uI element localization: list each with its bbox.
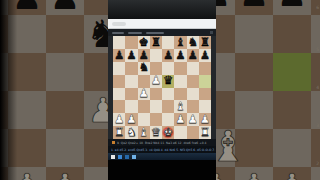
- taskbar-app-icon[interactable]: [125, 155, 129, 159]
- square-f6[interactable]: [174, 62, 186, 75]
- toolbar-tab[interactable]: [112, 32, 124, 34]
- analysis-bar-2[interactable]: 1. e4 d5 2. exd5 Qxd5 3. c4 Qd8 4. d4 Nc…: [108, 146, 216, 153]
- white-pawn[interactable]: ♟: [187, 114, 197, 126]
- black-pawn[interactable]: ♟: [163, 50, 173, 62]
- analysis-line-1: 9. Qe2 Qxe2+ 10. Bxe2 Nb4 11. Na3 e6 12.…: [117, 141, 206, 145]
- black-pawn[interactable]: ♟: [175, 50, 185, 62]
- bg-rank-label: 2: [312, 160, 320, 165]
- bg-square: [311, 167, 320, 180]
- square-f8[interactable]: ♝: [174, 36, 186, 49]
- black-pawn[interactable]: ♟: [187, 50, 197, 62]
- black-rook[interactable]: ♜: [200, 37, 210, 49]
- bg-square: [273, 15, 311, 53]
- square-d8[interactable]: ♜: [150, 36, 162, 49]
- square-e5[interactable]: ♛: [162, 75, 174, 88]
- window-controls-icon[interactable]: [210, 31, 213, 34]
- square-g6[interactable]: [187, 62, 199, 75]
- bg-white-pawn: ♟: [86, 93, 108, 127]
- white-knight[interactable]: ♞: [126, 127, 136, 139]
- square-f1[interactable]: [174, 126, 186, 139]
- white-pawn[interactable]: ♟: [175, 114, 185, 126]
- square-g2[interactable]: ♟: [187, 113, 199, 126]
- white-pawn[interactable]: ♟: [200, 114, 210, 126]
- black-rook[interactable]: ♜: [151, 37, 161, 49]
- bg-black-pawn: ♟: [48, 0, 82, 14]
- black-bishop[interactable]: ♝: [175, 37, 185, 49]
- bg-square: [84, 53, 108, 91]
- black-knight[interactable]: ♞: [138, 62, 148, 74]
- video-frame: ♟♟♞♟♟♟ ♟♟♟♝♟♟♟65432 ♚♜♝♞♜♟♟♟♟♟♟♟♞♟♛♟♝♟♟♟…: [0, 0, 320, 180]
- square-h5[interactable]: [199, 75, 211, 88]
- bg-rank-label: 4: [312, 84, 320, 89]
- black-knight[interactable]: ♞: [187, 37, 197, 49]
- board-area: ♚♜♝♞♜♟♟♟♟♟♟♟♞♟♛♟♝♟♟♟♟♟♜♞♝♛♚♜: [108, 36, 216, 139]
- black-pawn[interactable]: ♟: [138, 50, 148, 62]
- bg-square: [84, 129, 108, 167]
- white-bishop[interactable]: ♝: [175, 101, 185, 113]
- background-board-left: ♟♟♞♟♟♟: [0, 0, 108, 180]
- bg-white-pawn: ♟: [48, 169, 82, 180]
- bg-square: [273, 91, 311, 129]
- square-b7[interactable]: ♟: [125, 49, 137, 62]
- square-d7[interactable]: [150, 49, 162, 62]
- bg-square: [8, 15, 46, 53]
- bg-square: [84, 167, 108, 180]
- bg-square: [0, 0, 8, 15]
- bg-square: [0, 167, 8, 180]
- white-pawn[interactable]: ♟: [126, 114, 136, 126]
- bg-rank-label: 3: [312, 122, 320, 127]
- square-e4[interactable]: [162, 88, 174, 101]
- black-pawn[interactable]: ♟: [114, 50, 124, 62]
- square-b4[interactable]: [125, 88, 137, 101]
- square-e1[interactable]: ♚: [162, 126, 174, 139]
- square-a4[interactable]: [113, 88, 125, 101]
- square-c8[interactable]: ♚: [138, 36, 150, 49]
- square-d4[interactable]: [150, 88, 162, 101]
- black-pawn[interactable]: ♟: [200, 50, 210, 62]
- bg-square: [0, 53, 8, 91]
- square-h1[interactable]: ♜: [199, 126, 211, 139]
- bg-square: [273, 129, 311, 167]
- bg-white-pawn: ♟: [10, 169, 44, 180]
- white-rook[interactable]: ♜: [114, 127, 124, 139]
- bg-black-pawn: ♟: [275, 0, 309, 11]
- square-a1[interactable]: ♜: [113, 126, 125, 139]
- bg-black-knight: ♞: [84, 15, 108, 53]
- square-c1[interactable]: ♝: [138, 126, 150, 139]
- bg-square: [235, 53, 273, 91]
- bg-square: [0, 15, 8, 53]
- white-queen[interactable]: ♛: [151, 127, 161, 139]
- square-d3[interactable]: [150, 100, 162, 113]
- bg-white-pawn: ♟: [275, 169, 309, 180]
- white-pawn[interactable]: ♟: [138, 88, 148, 100]
- square-h4[interactable]: [199, 88, 211, 101]
- square-e7[interactable]: ♟: [162, 49, 174, 62]
- bg-black-pawn: ♟: [10, 0, 44, 14]
- bg-square: [46, 129, 84, 167]
- black-pawn[interactable]: ♟: [126, 50, 136, 62]
- analysis-bar-1[interactable]: 9. Qe2 Qxe2+ 10. Bxe2 Nb4 11. Na3 e6 12.…: [108, 139, 216, 146]
- bg-square: [8, 53, 46, 91]
- taskbar-app-icon[interactable]: [132, 155, 136, 159]
- bg-white-pawn: ♟: [216, 169, 233, 180]
- taskbar-app-icon[interactable]: [118, 155, 122, 159]
- strip-top-dark-area: [108, 0, 216, 19]
- bg-square: [46, 91, 84, 129]
- square-f7[interactable]: ♟: [174, 49, 186, 62]
- bg-square: [8, 129, 46, 167]
- square-g4[interactable]: [187, 88, 199, 101]
- bg-black-pawn: ♟: [216, 0, 233, 11]
- square-a8[interactable]: [113, 36, 125, 49]
- bg-rank-label: 5: [312, 46, 320, 51]
- bg-white-bishop: ♝: [216, 126, 249, 168]
- square-b6[interactable]: [125, 62, 137, 75]
- bg-square: [216, 53, 235, 91]
- engine-status-icon: [112, 141, 115, 144]
- white-pawn[interactable]: ♟: [114, 114, 124, 126]
- square-c3[interactable]: [138, 100, 150, 113]
- square-g7[interactable]: ♟: [187, 49, 199, 62]
- square-h8[interactable]: ♜: [199, 36, 211, 49]
- toolbar-tab[interactable]: [128, 32, 142, 34]
- bg-square: [0, 129, 8, 167]
- square-g5[interactable]: [187, 75, 199, 88]
- square-e8[interactable]: [162, 36, 174, 49]
- bg-square: [46, 15, 84, 53]
- bg-square: [216, 15, 235, 53]
- square-d1[interactable]: ♛: [150, 126, 162, 139]
- square-f2[interactable]: ♟: [174, 113, 186, 126]
- square-e3[interactable]: [162, 100, 174, 113]
- square-a5[interactable]: [113, 75, 125, 88]
- bg-square: [235, 15, 273, 53]
- white-rook[interactable]: ♜: [200, 127, 210, 139]
- bg-rank-label: 6: [312, 4, 320, 9]
- square-a6[interactable]: [113, 62, 125, 75]
- square-b5[interactable]: [125, 75, 137, 88]
- bg-black-pawn: ♟: [237, 0, 271, 11]
- bg-square: [8, 91, 46, 129]
- white-king[interactable]: ♚: [163, 127, 173, 139]
- square-g8[interactable]: ♞: [187, 36, 199, 49]
- square-a7[interactable]: ♟: [113, 49, 125, 62]
- square-b8[interactable]: [125, 36, 137, 49]
- strip-bottom-black: [108, 160, 216, 180]
- white-bishop[interactable]: ♝: [138, 127, 148, 139]
- black-queen[interactable]: ♛: [163, 75, 173, 87]
- square-h6[interactable]: [199, 62, 211, 75]
- square-d5[interactable]: ♟: [150, 75, 162, 88]
- white-pawn[interactable]: ♟: [151, 75, 161, 87]
- start-button-icon[interactable]: [111, 155, 115, 159]
- square-f5[interactable]: [174, 75, 186, 88]
- bg-square: [0, 91, 8, 129]
- square-b1[interactable]: ♞: [125, 126, 137, 139]
- bg-square: [273, 53, 311, 91]
- video-strip: ♚♜♝♞♜♟♟♟♟♟♟♟♞♟♛♟♝♟♟♟♟♟♜♞♝♛♚♜ 9. Qe2 Qxe2…: [108, 0, 216, 180]
- browser-title-band: [108, 19, 216, 29]
- background-board-right: ♟♟♟♝♟♟♟65432: [216, 0, 320, 180]
- browser-tab-pill[interactable]: [112, 22, 126, 26]
- square-c4[interactable]: ♟: [138, 88, 150, 101]
- square-c6[interactable]: ♞: [138, 62, 150, 75]
- bg-white-pawn: ♟: [237, 169, 271, 180]
- black-king[interactable]: ♚: [138, 37, 148, 49]
- analysis-line-2: 1. e4 d5 2. exd5 Qxd5 3. c4 Qd8 4. d4 Nc…: [111, 148, 216, 152]
- toolbar-tab[interactable]: [146, 32, 164, 34]
- bg-square: [46, 53, 84, 91]
- square-h7[interactable]: ♟: [199, 49, 211, 62]
- windows-taskbar[interactable]: [108, 153, 216, 160]
- square-g1[interactable]: [187, 126, 199, 139]
- chess-board[interactable]: ♚♜♝♞♜♟♟♟♟♟♟♟♞♟♛♟♝♟♟♟♟♟♜♞♝♛♚♜: [113, 36, 211, 139]
